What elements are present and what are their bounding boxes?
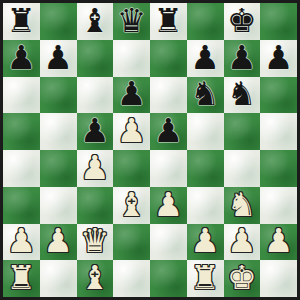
square-d5[interactable]: ♟ — [113, 113, 150, 150]
square-g6[interactable]: ♞ — [224, 77, 261, 114]
square-g8[interactable]: ♚ — [224, 3, 261, 40]
square-f3[interactable] — [187, 187, 224, 224]
square-e4[interactable] — [150, 150, 187, 187]
square-h4[interactable] — [260, 150, 297, 187]
square-h5[interactable] — [260, 113, 297, 150]
white-pawn[interactable]: ♟ — [264, 224, 294, 257]
square-f2[interactable]: ♟ — [187, 224, 224, 261]
white-pawn[interactable]: ♟ — [227, 224, 257, 257]
square-a3[interactable] — [3, 187, 40, 224]
square-a4[interactable] — [3, 150, 40, 187]
black-rook[interactable]: ♜ — [154, 4, 184, 37]
white-pawn[interactable]: ♟ — [154, 188, 184, 221]
square-d6[interactable]: ♟ — [113, 77, 150, 114]
white-pawn[interactable]: ♟ — [7, 224, 37, 257]
square-e3[interactable]: ♟ — [150, 187, 187, 224]
square-f7[interactable]: ♟ — [187, 40, 224, 77]
square-c5[interactable]: ♟ — [77, 113, 114, 150]
black-pawn[interactable]: ♟ — [43, 41, 73, 74]
square-g5[interactable] — [224, 113, 261, 150]
square-g7[interactable]: ♟ — [224, 40, 261, 77]
black-pawn[interactable]: ♟ — [190, 41, 220, 74]
square-d4[interactable] — [113, 150, 150, 187]
square-e1[interactable] — [150, 260, 187, 297]
square-b2[interactable]: ♟ — [40, 224, 77, 261]
square-e5[interactable]: ♟ — [150, 113, 187, 150]
square-h8[interactable] — [260, 3, 297, 40]
square-c4[interactable]: ♟ — [77, 150, 114, 187]
square-g1[interactable]: ♚ — [224, 260, 261, 297]
square-h7[interactable]: ♟ — [260, 40, 297, 77]
square-e6[interactable] — [150, 77, 187, 114]
square-d8[interactable]: ♛ — [113, 3, 150, 40]
black-knight[interactable]: ♞ — [190, 77, 220, 110]
white-knight[interactable]: ♞ — [227, 188, 257, 221]
square-a2[interactable]: ♟ — [3, 224, 40, 261]
chess-board: ♜♝♛♜♚♟♟♟♟♟♟♞♞♟♟♟♟♝♟♞♟♟♛♟♟♟♜♝♜♚ — [0, 0, 300, 300]
square-e7[interactable] — [150, 40, 187, 77]
chess-board-window: ♜♝♛♜♚♟♟♟♟♟♟♞♞♟♟♟♟♝♟♞♟♟♛♟♟♟♜♝♜♚ — [0, 0, 300, 300]
white-bishop[interactable]: ♝ — [117, 188, 147, 221]
square-c1[interactable]: ♝ — [77, 260, 114, 297]
square-f5[interactable] — [187, 113, 224, 150]
square-a5[interactable] — [3, 113, 40, 150]
black-bishop[interactable]: ♝ — [80, 4, 110, 37]
square-a1[interactable]: ♜ — [3, 260, 40, 297]
square-d2[interactable] — [113, 224, 150, 261]
square-c2[interactable]: ♛ — [77, 224, 114, 261]
black-queen[interactable]: ♛ — [117, 4, 147, 37]
white-rook[interactable]: ♜ — [190, 261, 220, 294]
square-f1[interactable]: ♜ — [187, 260, 224, 297]
square-c8[interactable]: ♝ — [77, 3, 114, 40]
square-b7[interactable]: ♟ — [40, 40, 77, 77]
square-h2[interactable]: ♟ — [260, 224, 297, 261]
square-c6[interactable] — [77, 77, 114, 114]
square-d7[interactable] — [113, 40, 150, 77]
square-c3[interactable] — [77, 187, 114, 224]
white-pawn[interactable]: ♟ — [190, 224, 220, 257]
square-b3[interactable] — [40, 187, 77, 224]
black-pawn[interactable]: ♟ — [264, 41, 294, 74]
white-king[interactable]: ♚ — [227, 261, 257, 294]
white-bishop[interactable]: ♝ — [80, 261, 110, 294]
black-pawn[interactable]: ♟ — [7, 41, 37, 74]
square-b6[interactable] — [40, 77, 77, 114]
black-knight[interactable]: ♞ — [227, 77, 257, 110]
black-pawn[interactable]: ♟ — [117, 77, 147, 110]
square-b5[interactable] — [40, 113, 77, 150]
square-g3[interactable]: ♞ — [224, 187, 261, 224]
white-queen[interactable]: ♛ — [80, 224, 110, 257]
square-a6[interactable] — [3, 77, 40, 114]
square-f8[interactable] — [187, 3, 224, 40]
square-h1[interactable] — [260, 260, 297, 297]
square-e2[interactable] — [150, 224, 187, 261]
black-pawn[interactable]: ♟ — [154, 114, 184, 147]
square-e8[interactable]: ♜ — [150, 3, 187, 40]
square-g4[interactable] — [224, 150, 261, 187]
black-rook[interactable]: ♜ — [7, 4, 37, 37]
square-d3[interactable]: ♝ — [113, 187, 150, 224]
square-g2[interactable]: ♟ — [224, 224, 261, 261]
square-f4[interactable] — [187, 150, 224, 187]
square-h6[interactable] — [260, 77, 297, 114]
square-h3[interactable] — [260, 187, 297, 224]
square-a7[interactable]: ♟ — [3, 40, 40, 77]
black-pawn[interactable]: ♟ — [227, 41, 257, 74]
white-pawn[interactable]: ♟ — [43, 224, 73, 257]
white-rook[interactable]: ♜ — [7, 261, 37, 294]
square-b4[interactable] — [40, 150, 77, 187]
square-b8[interactable] — [40, 3, 77, 40]
white-pawn[interactable]: ♟ — [117, 114, 147, 147]
square-b1[interactable] — [40, 260, 77, 297]
black-king[interactable]: ♚ — [227, 4, 257, 37]
square-c7[interactable] — [77, 40, 114, 77]
square-d1[interactable] — [113, 260, 150, 297]
white-pawn[interactable]: ♟ — [80, 151, 110, 184]
square-a8[interactable]: ♜ — [3, 3, 40, 40]
black-pawn[interactable]: ♟ — [80, 114, 110, 147]
square-f6[interactable]: ♞ — [187, 77, 224, 114]
